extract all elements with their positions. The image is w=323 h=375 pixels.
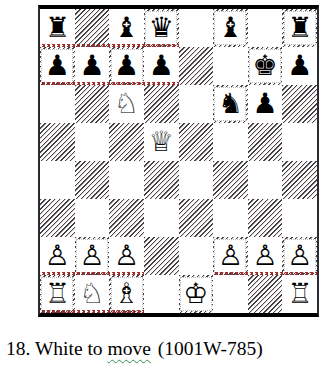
square-b6 xyxy=(75,85,110,123)
square-b5 xyxy=(75,123,110,161)
black-pawn: ♟ xyxy=(112,50,142,82)
square-f3 xyxy=(213,199,248,237)
square-b7: ♟ xyxy=(75,47,110,85)
white-pawn: ♙ xyxy=(42,240,72,272)
square-h5 xyxy=(282,123,317,161)
square-f2: ♙ xyxy=(213,237,248,275)
black-pawn: ♟ xyxy=(146,50,176,82)
square-c4 xyxy=(109,161,144,199)
square-e8 xyxy=(179,9,214,47)
square-g6: ♟ xyxy=(248,85,283,123)
white-king: ♔ xyxy=(181,278,211,310)
red-squiggle-artifact xyxy=(40,272,144,275)
black-pawn: ♟ xyxy=(42,50,72,82)
square-d6 xyxy=(144,85,179,123)
square-c3 xyxy=(109,199,144,237)
white-queen: ♕ xyxy=(146,126,176,158)
square-b2: ♙ xyxy=(75,237,110,275)
square-h6 xyxy=(282,85,317,123)
square-d1 xyxy=(144,275,179,313)
square-e7 xyxy=(179,47,214,85)
square-c5 xyxy=(109,123,144,161)
square-f1 xyxy=(213,275,248,313)
square-d7: ♟ xyxy=(144,47,179,85)
square-h1: ♖ xyxy=(282,275,317,313)
square-g7: ♚ xyxy=(248,47,283,85)
white-knight: ♘ xyxy=(77,278,107,310)
caption-prefix: 18. White to xyxy=(6,338,107,359)
white-rook: ♖ xyxy=(285,278,315,310)
square-g5 xyxy=(248,123,283,161)
square-f8: ♝ xyxy=(213,9,248,47)
square-e4 xyxy=(179,161,214,199)
chess-board: ♜♝♛♝♜♟♟♟♟♚♟♘♞♟♕♙♙♙♙♙♙♖♘♗♔♖ xyxy=(40,9,317,313)
white-pawn: ♙ xyxy=(250,240,280,272)
black-rook: ♜ xyxy=(42,12,72,44)
square-f5 xyxy=(213,123,248,161)
square-c8: ♝ xyxy=(109,9,144,47)
square-h3 xyxy=(282,199,317,237)
square-a2: ♙ xyxy=(40,237,75,275)
black-queen: ♛ xyxy=(146,12,176,44)
square-d4 xyxy=(144,161,179,199)
square-d3 xyxy=(144,199,179,237)
square-a1: ♖ xyxy=(40,275,75,313)
square-e2 xyxy=(179,237,214,275)
square-e6 xyxy=(179,85,214,123)
square-c7: ♟ xyxy=(109,47,144,85)
square-b4 xyxy=(75,161,110,199)
white-pawn: ♙ xyxy=(77,240,107,272)
square-h2: ♙ xyxy=(282,237,317,275)
square-e5 xyxy=(179,123,214,161)
square-a6 xyxy=(40,85,75,123)
square-h8: ♜ xyxy=(282,9,317,47)
caption-suffix: (1001W-785) xyxy=(158,338,263,359)
square-g3 xyxy=(248,199,283,237)
square-c6: ♘ xyxy=(109,85,144,123)
square-g2: ♙ xyxy=(248,237,283,275)
square-g1 xyxy=(248,275,283,313)
square-c1: ♗ xyxy=(109,275,144,313)
square-d5: ♕ xyxy=(144,123,179,161)
square-a3 xyxy=(40,199,75,237)
square-b1: ♘ xyxy=(75,275,110,313)
square-d2 xyxy=(144,237,179,275)
black-pawn: ♟ xyxy=(250,88,280,120)
black-king: ♚ xyxy=(250,50,280,82)
black-pawn: ♟ xyxy=(77,50,107,82)
square-a7: ♟ xyxy=(40,47,75,85)
red-squiggle-artifact xyxy=(40,82,179,85)
black-knight: ♞ xyxy=(215,88,245,120)
square-h4 xyxy=(282,161,317,199)
black-bishop: ♝ xyxy=(215,12,245,44)
white-pawn: ♙ xyxy=(215,240,245,272)
white-knight: ♘ xyxy=(112,88,142,120)
chess-board-frame: ♜♝♛♝♜♟♟♟♟♚♟♘♞♟♕♙♙♙♙♙♙♖♘♗♔♖ xyxy=(38,5,319,317)
square-a5 xyxy=(40,123,75,161)
square-f7 xyxy=(213,47,248,85)
white-pawn: ♙ xyxy=(112,240,142,272)
red-squiggle-artifact xyxy=(40,310,144,313)
square-g4 xyxy=(248,161,283,199)
red-squiggle-artifact xyxy=(40,44,179,47)
square-g8 xyxy=(248,9,283,47)
square-b8 xyxy=(75,9,110,47)
puzzle-caption: 18. White to move(1001W-785) xyxy=(6,338,321,360)
chess-puzzle-page: ♜♝♛♝♜♟♟♟♟♚♟♘♞♟♕♙♙♙♙♙♙♖♘♗♔♖ 18. White to … xyxy=(0,0,323,375)
white-bishop: ♗ xyxy=(112,278,142,310)
square-h7: ♟ xyxy=(282,47,317,85)
black-pawn: ♟ xyxy=(285,50,315,82)
square-e3 xyxy=(179,199,214,237)
square-d8: ♛ xyxy=(144,9,179,47)
white-rook: ♖ xyxy=(42,278,72,310)
square-b3 xyxy=(75,199,110,237)
black-bishop: ♝ xyxy=(112,12,142,44)
square-f6: ♞ xyxy=(213,85,248,123)
black-rook: ♜ xyxy=(285,12,315,44)
caption-underlined-word: move xyxy=(107,338,150,359)
square-a8: ♜ xyxy=(40,9,75,47)
square-c2: ♙ xyxy=(109,237,144,275)
white-pawn: ♙ xyxy=(285,240,315,272)
square-e1: ♔ xyxy=(179,275,214,313)
square-f4 xyxy=(213,161,248,199)
square-a4 xyxy=(40,161,75,199)
red-squiggle-artifact xyxy=(213,272,317,275)
